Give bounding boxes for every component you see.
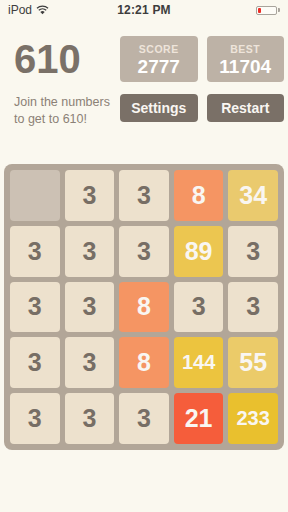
subtitle: Join the numbers to get to 610! <box>14 94 110 128</box>
tile-3: 3 <box>119 393 169 444</box>
tile-3: 3 <box>228 282 278 333</box>
tile-3: 3 <box>10 337 60 388</box>
tile-8: 8 <box>119 282 169 333</box>
tile-3: 3 <box>65 282 115 333</box>
tile-34: 34 <box>228 170 278 221</box>
game-board[interactable]: 33834333893338333381445533321233 <box>4 164 284 450</box>
score-value: 2777 <box>138 56 180 78</box>
tile-3: 3 <box>119 170 169 221</box>
tile-3: 3 <box>10 393 60 444</box>
score-box: SCORE 2777 <box>120 36 198 82</box>
tile-3: 3 <box>119 226 169 277</box>
tile-89: 89 <box>174 226 224 277</box>
battery-low-icon <box>190 6 280 15</box>
tile-21: 21 <box>174 393 224 444</box>
best-value: 11704 <box>219 56 271 78</box>
tile-55: 55 <box>228 337 278 388</box>
tile-3: 3 <box>174 282 224 333</box>
tile-3: 3 <box>65 170 115 221</box>
settings-button[interactable]: Settings <box>120 94 198 122</box>
restart-button[interactable]: Restart <box>207 94 285 122</box>
tile-8: 8 <box>119 337 169 388</box>
tile-233: 233 <box>228 393 278 444</box>
wifi-icon <box>36 5 49 15</box>
score-label: SCORE <box>139 43 179 55</box>
best-label: BEST <box>230 43 260 55</box>
tile-3: 3 <box>10 226 60 277</box>
tile-3: 3 <box>65 337 115 388</box>
empty-cell <box>10 170 60 221</box>
page-title: 610 <box>14 36 110 82</box>
best-box: BEST 11704 <box>207 36 285 82</box>
clock: 12:21 PM <box>98 3 190 17</box>
header: 610 Join the numbers to get to 610! SCOR… <box>0 20 288 128</box>
tile-144: 144 <box>174 337 224 388</box>
status-bar: iPod 12:21 PM <box>0 0 288 20</box>
app-screen: iPod 12:21 PM 610 Join the numbers to ge… <box>0 0 288 512</box>
tile-3: 3 <box>10 282 60 333</box>
tile-3: 3 <box>65 393 115 444</box>
carrier-label: iPod <box>8 3 32 17</box>
tile-8: 8 <box>174 170 224 221</box>
tile-3: 3 <box>65 226 115 277</box>
tile-3: 3 <box>228 226 278 277</box>
